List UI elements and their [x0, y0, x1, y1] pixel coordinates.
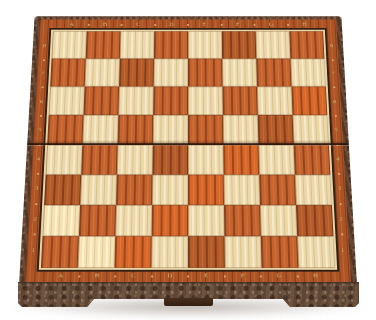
square-h5 [293, 115, 329, 144]
square-f3 [224, 174, 260, 204]
square-b4 [81, 145, 117, 175]
square-a5 [47, 115, 83, 144]
square-d3 [152, 174, 188, 204]
rank-label-1: 1 [335, 235, 350, 266]
square-b6 [83, 87, 119, 116]
file-label-c: C [115, 270, 152, 282]
square-e6 [188, 87, 223, 116]
square-b5 [82, 115, 118, 144]
file-label-f: F [224, 270, 261, 282]
rank-label-8: 8 [325, 33, 338, 60]
square-d5 [153, 115, 188, 144]
square-g7 [256, 59, 291, 87]
square-f4 [223, 145, 259, 175]
square-c8 [120, 31, 154, 58]
file-label-h: H [287, 19, 321, 29]
file-label-e: E [188, 270, 224, 282]
file-label-e: E [188, 19, 221, 29]
square-a3 [44, 174, 81, 204]
square-b8 [86, 31, 121, 58]
rank-label-5: 5 [329, 116, 343, 145]
square-g3 [259, 174, 296, 204]
square-g1 [261, 236, 299, 268]
file-label-c: C [121, 19, 154, 29]
rank-label-4: 4 [331, 145, 345, 174]
square-b1 [78, 236, 116, 268]
square-f8 [222, 31, 256, 58]
border-corner [25, 270, 39, 282]
rank-label-3: 3 [332, 174, 346, 204]
square-b3 [80, 174, 117, 204]
square-a1 [41, 236, 79, 268]
coordinate-border: ABCDEFGH 87654321 87654321 ABCDEFGH [25, 19, 351, 282]
square-g4 [258, 145, 294, 175]
file-label-a: A [55, 19, 89, 29]
file-label-f: F [221, 19, 254, 29]
square-a7 [50, 59, 86, 87]
square-c2 [115, 205, 152, 236]
file-label-d: D [155, 19, 188, 29]
file-label-g: G [261, 270, 298, 282]
square-c3 [116, 174, 152, 204]
square-h4 [294, 145, 331, 175]
rank-label-7: 7 [326, 60, 340, 88]
file-label-d: D [152, 270, 188, 282]
rank-label-2: 2 [334, 204, 348, 235]
square-d4 [152, 145, 188, 175]
clasp-tab [164, 298, 213, 306]
file-labels-top: ABCDEFGH [51, 19, 325, 29]
square-h2 [296, 205, 334, 236]
square-e2 [188, 205, 224, 236]
fold-hinge-line [27, 143, 349, 145]
square-c5 [118, 115, 154, 144]
square-d6 [153, 87, 188, 116]
square-d1 [151, 236, 188, 268]
square-c4 [117, 145, 153, 175]
file-label-a: A [42, 270, 79, 282]
square-e5 [188, 115, 223, 144]
border-corner [324, 19, 336, 29]
square-d8 [154, 31, 188, 58]
border-corner [39, 19, 51, 29]
square-h6 [291, 87, 327, 116]
rank-label-6: 6 [328, 88, 342, 116]
square-c7 [119, 59, 154, 87]
square-a2 [42, 205, 80, 236]
square-a8 [52, 31, 87, 58]
square-f1 [224, 236, 261, 268]
square-g2 [260, 205, 297, 236]
square-h8 [289, 31, 324, 58]
square-g8 [256, 31, 291, 58]
square-b2 [79, 205, 116, 236]
square-h3 [295, 174, 332, 204]
square-a4 [46, 145, 83, 175]
square-e7 [188, 59, 222, 87]
square-a6 [49, 87, 85, 116]
square-g5 [258, 115, 294, 144]
chessboard: ABCDEFGH 87654321 87654321 ABCDEFGH [19, 16, 357, 285]
border-corner [337, 270, 351, 282]
product-photo: ABCDEFGH 87654321 87654321 ABCDEFGH [0, 0, 376, 320]
square-b7 [85, 59, 120, 87]
square-f2 [224, 205, 261, 236]
file-label-h: H [297, 270, 334, 282]
board-field [41, 31, 335, 268]
square-d2 [152, 205, 188, 236]
square-e1 [188, 236, 225, 268]
square-f7 [222, 59, 257, 87]
square-e3 [188, 174, 224, 204]
square-d7 [154, 59, 188, 87]
square-e4 [188, 145, 224, 175]
playing-field-frame [39, 30, 337, 270]
square-e8 [188, 31, 222, 58]
file-label-b: B [79, 270, 116, 282]
file-label-g: G [254, 19, 288, 29]
file-label-b: B [88, 19, 122, 29]
square-h1 [297, 236, 335, 268]
square-f6 [222, 87, 257, 116]
square-c1 [114, 236, 151, 268]
square-g6 [257, 87, 293, 116]
square-f5 [223, 115, 259, 144]
square-h7 [290, 59, 326, 87]
file-labels-bottom: ABCDEFGH [38, 270, 338, 282]
square-c6 [118, 87, 153, 116]
